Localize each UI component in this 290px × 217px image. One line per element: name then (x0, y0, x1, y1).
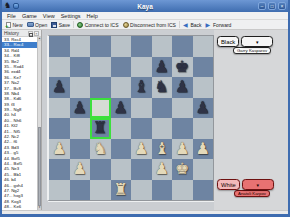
white-player-name: Anatoli Karpov (234, 190, 270, 197)
save-disk-icon (51, 22, 57, 28)
square-f2[interactable]: ♟ (152, 159, 173, 180)
white-pawn: ♟ (70, 159, 91, 180)
app-logo-icon (4, 1, 11, 11)
square-h7[interactable] (193, 57, 214, 78)
square-a8[interactable] (49, 36, 70, 57)
square-g7[interactable]: ♚ (172, 57, 193, 78)
dock-buttons (28, 31, 39, 36)
square-a2[interactable] (49, 159, 70, 180)
square-d1[interactable]: ♜ (111, 180, 132, 201)
square-f4[interactable] (152, 118, 173, 139)
black-pawn: ♟ (152, 57, 173, 78)
maximize-button[interactable] (268, 2, 276, 10)
square-d6[interactable] (111, 77, 132, 98)
square-g8[interactable] (172, 36, 193, 57)
square-e2[interactable] (131, 159, 152, 180)
open-button[interactable]: Open (25, 20, 50, 29)
disconnect-icon (123, 22, 129, 28)
white-knight: ♞ (90, 139, 111, 160)
square-b1[interactable] (70, 180, 91, 201)
square-c5[interactable] (90, 98, 111, 119)
square-c1[interactable] (90, 180, 111, 201)
white-pawn: ♟ (193, 139, 214, 160)
kaya-window: Kaya FileGameViewSettingsHelp NewOpenSav… (0, 0, 290, 217)
menu-help[interactable]: Help (84, 12, 101, 20)
white-player-dropdown[interactable]: White (217, 179, 240, 190)
disconnect-ics-button[interactable]: Disconnect from ICS (121, 20, 178, 29)
square-b7[interactable] (70, 57, 91, 78)
toolbar-separator (179, 21, 180, 28)
connect-ics-button[interactable]: Connect to ICS (75, 20, 120, 29)
black-player-widget: Black Garry Kasparov (217, 36, 287, 54)
scroll-down-icon[interactable] (38, 206, 41, 210)
square-g1[interactable] (172, 180, 193, 201)
white-pawn: ♟ (131, 139, 152, 160)
square-f8[interactable] (152, 36, 173, 57)
white-dropdown-arrow-icon[interactable] (242, 179, 274, 190)
forward-button[interactable]: Forward (204, 20, 234, 29)
square-g6[interactable]: ♟ (172, 77, 193, 98)
square-h6[interactable] (193, 77, 214, 98)
square-d4[interactable] (111, 118, 132, 139)
square-b5[interactable]: ♟ (70, 98, 91, 119)
app-icon (13, 3, 19, 9)
square-a7[interactable] (49, 57, 70, 78)
square-a3[interactable]: ♟ (49, 139, 70, 160)
square-b8[interactable] (70, 36, 91, 57)
square-h2[interactable] (193, 159, 214, 180)
history-panel-header: History (2, 30, 41, 37)
square-f3[interactable]: ♝ (152, 139, 173, 160)
save-button[interactable]: Save (49, 20, 72, 29)
new-document-icon (6, 22, 11, 28)
square-h4[interactable] (193, 118, 214, 139)
white-bishop: ♝ (152, 139, 173, 160)
square-d3[interactable] (111, 139, 132, 160)
white-pawn: ♟ (49, 139, 70, 160)
square-e5[interactable] (131, 98, 152, 119)
chess-board: ♟♚♟♝♞♟♟♟♟♜♟♞♟♝♟♟♟♟♚♜ (47, 35, 214, 201)
square-b4[interactable] (70, 118, 91, 139)
square-a5[interactable] (49, 98, 70, 119)
square-c2[interactable] (90, 159, 111, 180)
white-pawn: ♟ (152, 159, 173, 180)
menu-settings[interactable]: Settings (58, 12, 84, 20)
black-king: ♚ (172, 57, 193, 78)
white-pawn: ♟ (172, 139, 193, 160)
square-a4[interactable] (49, 118, 70, 139)
history-move-list: 33. Rxc433... Rxc434. Rd434... Kf835. Be… (2, 37, 37, 210)
menubar: FileGameViewSettingsHelp (2, 12, 288, 20)
white-king: ♚ (172, 159, 193, 180)
square-b3[interactable] (70, 139, 91, 160)
square-e1[interactable] (131, 180, 152, 201)
scrollbar-thumb[interactable] (38, 127, 41, 206)
black-pawn: ♟ (49, 77, 70, 98)
forward-arrow-icon (206, 21, 212, 29)
back-button-label: Back (190, 22, 201, 28)
square-a6[interactable]: ♟ (49, 77, 70, 98)
toolbar: NewOpenSaveConnect to ICSDisconnect from… (2, 20, 288, 30)
black-knight: ♞ (152, 77, 173, 98)
black-dropdown-arrow-icon[interactable] (241, 36, 273, 47)
menu-file[interactable]: File (4, 12, 19, 20)
connect-ics-button-label: Connect to ICS (85, 22, 119, 28)
square-c8[interactable] (90, 36, 111, 57)
black-player-name: Garry Kasparov (233, 47, 271, 54)
square-d2[interactable] (111, 159, 132, 180)
float-panel-icon[interactable] (28, 31, 33, 36)
titlebar[interactable]: Kaya (2, 0, 288, 12)
toolbar-separator (73, 21, 74, 28)
square-e4[interactable] (131, 118, 152, 139)
main-area: History 33. Rxc433... Rxc434. Rd434... K… (2, 30, 288, 210)
open-button-label: Open (35, 22, 47, 28)
window-buttons (258, 2, 286, 10)
square-f7[interactable]: ♟ (152, 57, 173, 78)
history-panel: History 33. Rxc433... Rxc434. Rd434... K… (2, 30, 42, 210)
black-pawn: ♟ (193, 98, 214, 119)
square-e6[interactable]: ♝ (131, 77, 152, 98)
history-scrollbar[interactable] (37, 37, 41, 210)
window-title: Kaya (2, 3, 288, 10)
square-a1[interactable] (49, 180, 70, 201)
black-bishop: ♝ (131, 77, 152, 98)
square-f5[interactable] (152, 98, 173, 119)
square-c6[interactable] (90, 77, 111, 98)
black-player-dropdown[interactable]: Black (217, 36, 239, 47)
square-b6[interactable] (70, 77, 91, 98)
square-e8[interactable] (131, 36, 152, 57)
white-player-widget: White Anatoli Karpov (217, 179, 287, 197)
square-g3[interactable]: ♟ (172, 139, 193, 160)
forward-button-label: Forward (213, 22, 231, 28)
square-d5[interactable]: ♟ (111, 98, 132, 119)
square-e7[interactable] (131, 57, 152, 78)
close-panel-icon[interactable] (34, 31, 39, 36)
square-c7[interactable] (90, 57, 111, 78)
square-b2[interactable]: ♟ (70, 159, 91, 180)
square-c4[interactable]: ♜ (90, 118, 111, 139)
connect-icon (77, 22, 83, 28)
menu-view[interactable]: View (40, 12, 58, 20)
back-button[interactable]: Back (181, 20, 204, 29)
square-g5[interactable] (172, 98, 193, 119)
back-arrow-icon (183, 21, 189, 29)
scroll-up-icon[interactable] (38, 37, 41, 41)
black-pawn: ♟ (172, 77, 193, 98)
save-button-label: Save (59, 22, 70, 28)
open-folder-icon (27, 22, 34, 27)
square-h3[interactable]: ♟ (193, 139, 214, 160)
side-panel: Black Garry Kasparov White Anatoli Karpo… (214, 30, 288, 210)
square-e3[interactable]: ♟ (131, 139, 152, 160)
disconnect-ics-button-label: Disconnect from ICS (130, 22, 176, 28)
square-f6[interactable]: ♞ (152, 77, 173, 98)
statusbar (2, 210, 288, 214)
black-pawn: ♟ (111, 98, 132, 119)
square-f1[interactable] (152, 180, 173, 201)
square-c3[interactable]: ♞ (90, 139, 111, 160)
black-rook: ♜ (90, 118, 111, 139)
square-d8[interactable] (111, 36, 132, 57)
square-h8[interactable] (193, 36, 214, 57)
menu-game[interactable]: Game (19, 12, 40, 20)
white-rook: ♜ (111, 180, 132, 201)
square-h1[interactable] (193, 180, 214, 201)
square-g4[interactable] (172, 118, 193, 139)
black-pawn: ♟ (70, 98, 91, 119)
minimize-button[interactable] (258, 2, 266, 10)
square-h5[interactable]: ♟ (193, 98, 214, 119)
board-area: ♟♚♟♝♞♟♟♟♟♜♟♞♟♝♟♟♟♟♚♜ (42, 30, 214, 210)
history-move-item[interactable]: 48... Ke6 (2, 204, 37, 209)
new-button[interactable]: New (4, 20, 25, 29)
history-body: 33. Rxc433... Rxc434. Rd434... Kf835. Be… (2, 37, 41, 210)
history-panel-title: History (4, 30, 19, 37)
square-g2[interactable]: ♚ (172, 159, 193, 180)
square-d7[interactable] (111, 57, 132, 78)
new-button-label: New (13, 22, 23, 28)
close-button[interactable] (278, 2, 286, 10)
